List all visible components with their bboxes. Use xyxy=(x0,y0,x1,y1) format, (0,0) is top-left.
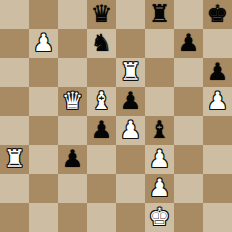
square-b6[interactable] xyxy=(29,58,58,87)
square-c4[interactable] xyxy=(58,116,87,145)
square-f6[interactable] xyxy=(145,58,174,87)
square-b7[interactable]: ♟ xyxy=(29,29,58,58)
white-pawn-piece[interactable]: ♟ xyxy=(207,87,229,116)
square-e6[interactable]: ♜ xyxy=(116,58,145,87)
square-e1[interactable] xyxy=(116,203,145,232)
square-c2[interactable] xyxy=(58,174,87,203)
square-g3[interactable] xyxy=(174,145,203,174)
white-queen-piece[interactable]: ♛ xyxy=(62,87,84,116)
white-pawn-piece[interactable]: ♟ xyxy=(149,145,171,174)
black-pawn-piece[interactable]: ♟ xyxy=(62,145,84,174)
square-b4[interactable] xyxy=(29,116,58,145)
square-d4[interactable]: ♟ xyxy=(87,116,116,145)
white-bishop-piece[interactable]: ♝ xyxy=(91,87,113,116)
square-h1[interactable] xyxy=(203,203,232,232)
square-c1[interactable] xyxy=(58,203,87,232)
square-f7[interactable] xyxy=(145,29,174,58)
square-f3[interactable]: ♟ xyxy=(145,145,174,174)
square-f2[interactable]: ♟ xyxy=(145,174,174,203)
square-a5[interactable] xyxy=(0,87,29,116)
square-c8[interactable] xyxy=(58,0,87,29)
square-f8[interactable]: ♜ xyxy=(145,0,174,29)
square-h7[interactable] xyxy=(203,29,232,58)
square-f1[interactable]: ♚ xyxy=(145,203,174,232)
square-g2[interactable] xyxy=(174,174,203,203)
square-e2[interactable] xyxy=(116,174,145,203)
square-g8[interactable] xyxy=(174,0,203,29)
square-h6[interactable]: ♟ xyxy=(203,58,232,87)
square-a4[interactable] xyxy=(0,116,29,145)
square-g5[interactable] xyxy=(174,87,203,116)
square-d8[interactable]: ♛ xyxy=(87,0,116,29)
square-b5[interactable] xyxy=(29,87,58,116)
square-c6[interactable] xyxy=(58,58,87,87)
chess-board: ♛♜♚♟♞♟♜♟♛♝♟♟♟♟♝♜♟♟♟♚ xyxy=(0,0,232,232)
square-d2[interactable] xyxy=(87,174,116,203)
white-rook-piece[interactable]: ♜ xyxy=(120,58,142,87)
black-pawn-piece[interactable]: ♟ xyxy=(207,58,229,87)
white-pawn-piece[interactable]: ♟ xyxy=(33,29,55,58)
black-queen-piece[interactable]: ♛ xyxy=(91,0,113,29)
square-g7[interactable]: ♟ xyxy=(174,29,203,58)
black-pawn-piece[interactable]: ♟ xyxy=(120,87,142,116)
black-pawn-piece[interactable]: ♟ xyxy=(178,29,200,58)
square-c3[interactable]: ♟ xyxy=(58,145,87,174)
square-g4[interactable] xyxy=(174,116,203,145)
square-e8[interactable] xyxy=(116,0,145,29)
square-g6[interactable] xyxy=(174,58,203,87)
black-king-piece[interactable]: ♚ xyxy=(207,0,229,29)
square-a1[interactable] xyxy=(0,203,29,232)
square-d1[interactable] xyxy=(87,203,116,232)
square-d7[interactable]: ♞ xyxy=(87,29,116,58)
square-a3[interactable]: ♜ xyxy=(0,145,29,174)
square-e5[interactable]: ♟ xyxy=(116,87,145,116)
white-pawn-piece[interactable]: ♟ xyxy=(120,116,142,145)
black-knight-piece[interactable]: ♞ xyxy=(91,29,113,58)
black-rook-piece[interactable]: ♜ xyxy=(149,0,171,29)
square-a6[interactable] xyxy=(0,58,29,87)
square-h8[interactable]: ♚ xyxy=(203,0,232,29)
square-a7[interactable] xyxy=(0,29,29,58)
square-b3[interactable] xyxy=(29,145,58,174)
square-c5[interactable]: ♛ xyxy=(58,87,87,116)
white-pawn-piece[interactable]: ♟ xyxy=(149,174,171,203)
square-h5[interactable]: ♟ xyxy=(203,87,232,116)
square-a8[interactable] xyxy=(0,0,29,29)
square-f4[interactable]: ♝ xyxy=(145,116,174,145)
square-b1[interactable] xyxy=(29,203,58,232)
square-h4[interactable] xyxy=(203,116,232,145)
square-c7[interactable] xyxy=(58,29,87,58)
black-pawn-piece[interactable]: ♟ xyxy=(91,116,113,145)
square-e7[interactable] xyxy=(116,29,145,58)
square-e4[interactable]: ♟ xyxy=(116,116,145,145)
square-b8[interactable] xyxy=(29,0,58,29)
square-a2[interactable] xyxy=(0,174,29,203)
black-bishop-piece[interactable]: ♝ xyxy=(149,116,171,145)
white-rook-piece[interactable]: ♜ xyxy=(4,145,26,174)
square-h3[interactable] xyxy=(203,145,232,174)
square-d5[interactable]: ♝ xyxy=(87,87,116,116)
square-d6[interactable] xyxy=(87,58,116,87)
square-b2[interactable] xyxy=(29,174,58,203)
square-f5[interactable] xyxy=(145,87,174,116)
white-king-piece[interactable]: ♚ xyxy=(149,203,171,232)
square-g1[interactable] xyxy=(174,203,203,232)
square-h2[interactable] xyxy=(203,174,232,203)
square-d3[interactable] xyxy=(87,145,116,174)
square-e3[interactable] xyxy=(116,145,145,174)
